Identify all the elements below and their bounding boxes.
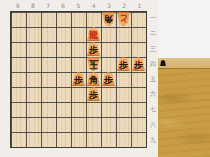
sente-pawn-piece[interactable]: 歩 bbox=[102, 72, 115, 86]
rank-label: 五 bbox=[148, 72, 158, 87]
board-square-8-5[interactable] bbox=[26, 72, 41, 87]
board-square-7-5[interactable] bbox=[41, 72, 56, 87]
piece-glyph: 歩 bbox=[89, 43, 98, 57]
gote-king-piece[interactable]: 玉 bbox=[87, 57, 100, 71]
board-square-2-3[interactable] bbox=[116, 42, 131, 57]
board-square-8-9[interactable] bbox=[26, 132, 41, 147]
board-square-8-2[interactable] bbox=[26, 27, 41, 42]
board-square-1-4[interactable]: 歩 bbox=[131, 57, 146, 72]
board-square-4-1[interactable] bbox=[86, 12, 101, 27]
file-label: 3 bbox=[101, 1, 116, 10]
file-label: 5 bbox=[71, 1, 86, 10]
board-square-1-7[interactable] bbox=[131, 102, 146, 117]
board-square-7-2[interactable] bbox=[41, 27, 56, 42]
board-square-9-9[interactable] bbox=[11, 132, 26, 147]
rank-label: 九 bbox=[148, 133, 158, 148]
board-square-2-7[interactable] bbox=[116, 102, 131, 117]
rank-label: 六 bbox=[148, 87, 158, 102]
board-square-3-4[interactable] bbox=[101, 57, 116, 72]
board-square-8-1[interactable] bbox=[26, 12, 41, 27]
board-square-2-4[interactable]: 歩 bbox=[116, 57, 131, 72]
board-square-8-6[interactable] bbox=[26, 87, 41, 102]
piece-glyph: 角 bbox=[89, 73, 98, 87]
board-square-7-8[interactable] bbox=[41, 117, 56, 132]
board-square-7-1[interactable] bbox=[41, 12, 56, 27]
board-square-4-2[interactable]: 龍 bbox=[86, 27, 101, 42]
board-square-2-1[interactable]: と bbox=[116, 12, 131, 27]
board-square-2-6[interactable] bbox=[116, 87, 131, 102]
sente-pawn-piece[interactable]: 歩 bbox=[132, 57, 145, 71]
piece-glyph: 歩 bbox=[104, 73, 113, 87]
rank-label: 三 bbox=[148, 41, 158, 56]
board-square-4-4[interactable]: 玉 bbox=[86, 57, 101, 72]
piece-glyph: 歩 bbox=[134, 58, 143, 72]
sente-komadai[interactable] bbox=[158, 68, 210, 157]
piece-glyph: 玉 bbox=[89, 57, 99, 71]
file-label: 6 bbox=[56, 1, 71, 10]
board-square-9-3[interactable] bbox=[11, 42, 26, 57]
board-square-4-7[interactable] bbox=[86, 102, 101, 117]
board-square-6-9[interactable] bbox=[56, 132, 71, 147]
board-square-8-4[interactable] bbox=[26, 57, 41, 72]
gote-hand-area bbox=[158, 0, 210, 58]
board-square-1-9[interactable] bbox=[131, 132, 146, 147]
board-square-3-3[interactable] bbox=[101, 42, 116, 57]
board-square-5-3[interactable] bbox=[71, 42, 86, 57]
board-square-7-3[interactable] bbox=[41, 42, 56, 57]
board-square-2-2[interactable] bbox=[116, 27, 131, 42]
board-square-7-7[interactable] bbox=[41, 102, 56, 117]
board-square-5-2[interactable] bbox=[71, 27, 86, 42]
board-square-6-6[interactable] bbox=[56, 87, 71, 102]
board-square-7-6[interactable] bbox=[41, 87, 56, 102]
board-square-4-9[interactable] bbox=[86, 132, 101, 147]
shogi-board: 角と龍歩玉歩歩歩角歩歩 bbox=[10, 11, 147, 148]
board-square-5-5[interactable]: 歩 bbox=[71, 72, 86, 87]
board-square-1-5[interactable] bbox=[131, 72, 146, 87]
board-square-1-6[interactable] bbox=[131, 87, 146, 102]
board-square-9-7[interactable] bbox=[11, 102, 26, 117]
board-square-8-3[interactable] bbox=[26, 42, 41, 57]
board-square-5-8[interactable] bbox=[71, 117, 86, 132]
board-square-3-8[interactable] bbox=[101, 117, 116, 132]
board-square-5-1[interactable] bbox=[71, 12, 86, 27]
board-square-9-5[interactable] bbox=[11, 72, 26, 87]
board-square-9-6[interactable] bbox=[11, 87, 26, 102]
rank-label: 八 bbox=[148, 118, 158, 133]
board-square-9-1[interactable] bbox=[11, 12, 26, 27]
board-square-8-7[interactable] bbox=[26, 102, 41, 117]
board-square-6-3[interactable] bbox=[56, 42, 71, 57]
board-square-3-1[interactable]: 角 bbox=[101, 12, 116, 27]
sente-pawn-piece[interactable]: 歩 bbox=[87, 87, 100, 101]
rank-label: 二 bbox=[148, 26, 158, 41]
board-square-4-8[interactable] bbox=[86, 117, 101, 132]
sente-pawn-piece[interactable]: 歩 bbox=[117, 57, 130, 71]
rank-label: 一 bbox=[148, 11, 158, 26]
board-square-9-4[interactable] bbox=[11, 57, 26, 72]
piece-glyph: と bbox=[119, 12, 128, 26]
board-square-6-4[interactable] bbox=[56, 57, 71, 72]
board-square-7-4[interactable] bbox=[41, 57, 56, 72]
board-square-6-5[interactable] bbox=[56, 72, 71, 87]
board-square-6-1[interactable] bbox=[56, 12, 71, 27]
komadai-header bbox=[158, 58, 210, 68]
tsume-shogi-widget: 987654321 角と龍歩玉歩歩歩角歩歩 一二三四五六七八九 bbox=[0, 0, 210, 157]
sente-piece-icon bbox=[160, 60, 166, 66]
file-label: 8 bbox=[25, 1, 40, 10]
board-square-5-7[interactable] bbox=[71, 102, 86, 117]
board-square-8-8[interactable] bbox=[26, 117, 41, 132]
sente-bishop-piece[interactable]: 角 bbox=[87, 72, 100, 86]
rank-coordinates: 一二三四五六七八九 bbox=[148, 11, 158, 148]
board-square-6-7[interactable] bbox=[56, 102, 71, 117]
board-square-2-5[interactable] bbox=[116, 72, 131, 87]
board-square-3-5[interactable]: 歩 bbox=[101, 72, 116, 87]
board-square-9-2[interactable] bbox=[11, 27, 26, 42]
gote-bishop-piece[interactable]: 角 bbox=[102, 12, 115, 26]
board-square-5-6[interactable] bbox=[71, 87, 86, 102]
sente-dragon-piece[interactable]: 龍 bbox=[87, 27, 100, 41]
file-label: 1 bbox=[132, 1, 147, 10]
board-square-3-2[interactable] bbox=[101, 27, 116, 42]
piece-glyph: 角 bbox=[104, 12, 113, 26]
board-square-1-8[interactable] bbox=[131, 117, 146, 132]
board-square-4-3[interactable]: 歩 bbox=[86, 42, 101, 57]
board-square-5-4[interactable] bbox=[71, 57, 86, 72]
piece-glyph: 歩 bbox=[74, 73, 83, 87]
rank-label: 四 bbox=[148, 57, 158, 72]
file-label: 2 bbox=[117, 1, 132, 10]
board-square-6-2[interactable] bbox=[56, 27, 71, 42]
file-label: 7 bbox=[40, 1, 55, 10]
gote-tokin-piece[interactable]: と bbox=[117, 12, 130, 26]
piece-glyph: 歩 bbox=[89, 88, 98, 102]
board-square-1-3[interactable] bbox=[131, 42, 146, 57]
board-square-9-8[interactable] bbox=[11, 117, 26, 132]
board-square-2-9[interactable] bbox=[116, 132, 131, 147]
sente-pawn-piece[interactable]: 歩 bbox=[87, 42, 100, 56]
board-square-4-6[interactable]: 歩 bbox=[86, 87, 101, 102]
board-square-4-5[interactable]: 角 bbox=[86, 72, 101, 87]
file-label: 4 bbox=[86, 1, 101, 10]
side-panel bbox=[158, 0, 210, 157]
file-label: 9 bbox=[10, 1, 25, 10]
piece-glyph: 歩 bbox=[119, 58, 128, 72]
board-square-1-2[interactable] bbox=[131, 27, 146, 42]
rank-label: 七 bbox=[148, 102, 158, 117]
board-square-6-8[interactable] bbox=[56, 117, 71, 132]
board-square-2-8[interactable] bbox=[116, 117, 131, 132]
board-square-5-9[interactable] bbox=[71, 132, 86, 147]
board-square-3-6[interactable] bbox=[101, 87, 116, 102]
board-square-1-1[interactable] bbox=[131, 12, 146, 27]
board-square-3-7[interactable] bbox=[101, 102, 116, 117]
file-coordinates: 987654321 bbox=[10, 1, 147, 10]
piece-glyph: 龍 bbox=[89, 28, 98, 42]
board-square-7-9[interactable] bbox=[41, 132, 56, 147]
board-square-3-9[interactable] bbox=[101, 132, 116, 147]
sente-pawn-piece[interactable]: 歩 bbox=[72, 72, 85, 86]
